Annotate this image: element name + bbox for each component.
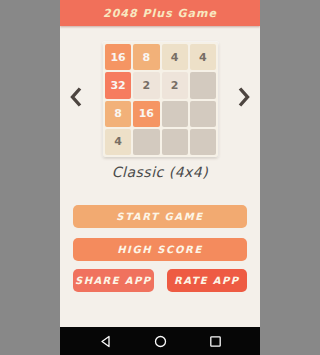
tile-4: 4 bbox=[162, 44, 188, 70]
recents-icon[interactable] bbox=[209, 335, 222, 348]
cell-empty bbox=[190, 101, 216, 127]
cell-empty bbox=[190, 72, 216, 98]
app-title: 2048 Plus Game bbox=[103, 7, 217, 20]
tile-16: 16 bbox=[105, 44, 131, 70]
next-mode-button[interactable] bbox=[235, 84, 253, 110]
cell-empty bbox=[133, 129, 159, 155]
home-icon[interactable] bbox=[154, 335, 167, 348]
mode-label: Classic (4x4) bbox=[60, 164, 260, 180]
rate-app-button[interactable]: RATE APP bbox=[167, 269, 248, 292]
tile-4: 4 bbox=[190, 44, 216, 70]
app-screen: 2048 Plus Game 1684432228164 Classic (4x… bbox=[60, 0, 260, 355]
android-nav-bar bbox=[60, 327, 260, 355]
bottom-button-row: SHARE APP RATE APP bbox=[73, 269, 247, 292]
board-grid: 1684432228164 bbox=[103, 42, 218, 157]
tile-2: 2 bbox=[133, 72, 159, 98]
back-icon[interactable] bbox=[99, 335, 112, 348]
chevron-right-icon bbox=[237, 86, 251, 108]
cell-empty bbox=[190, 129, 216, 155]
share-app-button[interactable]: SHARE APP bbox=[73, 269, 154, 292]
tile-16: 16 bbox=[133, 101, 159, 127]
cell-empty bbox=[162, 101, 188, 127]
start-game-button[interactable]: START GAME bbox=[73, 205, 247, 228]
tile-8: 8 bbox=[105, 101, 131, 127]
prev-mode-button[interactable] bbox=[67, 84, 85, 110]
title-bar: 2048 Plus Game bbox=[60, 0, 260, 26]
cell-empty bbox=[162, 129, 188, 155]
high-score-button[interactable]: HIGH SCORE bbox=[73, 238, 247, 261]
tile-32: 32 bbox=[105, 72, 131, 98]
tile-4: 4 bbox=[105, 129, 131, 155]
tile-8: 8 bbox=[133, 44, 159, 70]
tile-2: 2 bbox=[162, 72, 188, 98]
chevron-left-icon bbox=[69, 86, 83, 108]
